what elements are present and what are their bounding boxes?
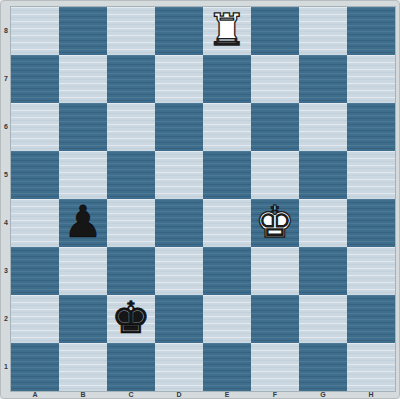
square-a2[interactable] xyxy=(11,295,59,343)
file-label-c: C xyxy=(107,391,155,399)
square-g7[interactable] xyxy=(299,55,347,103)
square-f4[interactable]: ♚ xyxy=(251,199,299,247)
square-f1[interactable] xyxy=(251,343,299,391)
square-d3[interactable] xyxy=(155,247,203,295)
square-g1[interactable] xyxy=(299,343,347,391)
square-e4[interactable] xyxy=(203,199,251,247)
square-h7[interactable] xyxy=(347,55,395,103)
square-a5[interactable] xyxy=(11,151,59,199)
square-g5[interactable] xyxy=(299,151,347,199)
square-d2[interactable] xyxy=(155,295,203,343)
square-h3[interactable] xyxy=(347,247,395,295)
square-b5[interactable] xyxy=(59,151,107,199)
square-c3[interactable] xyxy=(107,247,155,295)
square-e1[interactable] xyxy=(203,343,251,391)
square-f6[interactable] xyxy=(251,103,299,151)
rank-label-6: 6 xyxy=(1,103,11,151)
square-g8[interactable] xyxy=(299,7,347,55)
square-c1[interactable] xyxy=(107,343,155,391)
square-e3[interactable] xyxy=(203,247,251,295)
square-a1[interactable] xyxy=(11,343,59,391)
square-g4[interactable] xyxy=(299,199,347,247)
file-label-e: E xyxy=(203,391,251,399)
piece-black-pawn-b4[interactable]: ♟ xyxy=(63,200,102,244)
square-a3[interactable] xyxy=(11,247,59,295)
square-e6[interactable] xyxy=(203,103,251,151)
square-f3[interactable] xyxy=(251,247,299,295)
rank-label-1: 1 xyxy=(1,343,11,391)
square-c8[interactable] xyxy=(107,7,155,55)
file-label-a: A xyxy=(11,391,59,399)
square-d6[interactable] xyxy=(155,103,203,151)
square-c2[interactable]: ♚ xyxy=(107,295,155,343)
chess-board: ♜♟♚♚ xyxy=(11,7,395,391)
square-a7[interactable] xyxy=(11,55,59,103)
square-h4[interactable] xyxy=(347,199,395,247)
square-d4[interactable] xyxy=(155,199,203,247)
square-b6[interactable] xyxy=(59,103,107,151)
file-label-f: F xyxy=(251,391,299,399)
square-b8[interactable] xyxy=(59,7,107,55)
square-c6[interactable] xyxy=(107,103,155,151)
square-h2[interactable] xyxy=(347,295,395,343)
square-e8[interactable]: ♜ xyxy=(203,7,251,55)
square-a6[interactable] xyxy=(11,103,59,151)
square-h6[interactable] xyxy=(347,103,395,151)
square-h8[interactable] xyxy=(347,7,395,55)
rank-label-7: 7 xyxy=(1,55,11,103)
square-d7[interactable] xyxy=(155,55,203,103)
square-h5[interactable] xyxy=(347,151,395,199)
file-label-d: D xyxy=(155,391,203,399)
square-f7[interactable] xyxy=(251,55,299,103)
square-g6[interactable] xyxy=(299,103,347,151)
rank-label-3: 3 xyxy=(1,247,11,295)
rank-label-2: 2 xyxy=(1,295,11,343)
file-label-b: B xyxy=(59,391,107,399)
square-b2[interactable] xyxy=(59,295,107,343)
rank-label-5: 5 xyxy=(1,151,11,199)
piece-white-rook-e8[interactable]: ♜ xyxy=(207,8,246,52)
square-e2[interactable] xyxy=(203,295,251,343)
square-f5[interactable] xyxy=(251,151,299,199)
square-g3[interactable] xyxy=(299,247,347,295)
file-label-h: H xyxy=(347,391,395,399)
square-c5[interactable] xyxy=(107,151,155,199)
rank-label-8: 8 xyxy=(1,7,11,55)
square-e7[interactable] xyxy=(203,55,251,103)
square-d8[interactable] xyxy=(155,7,203,55)
square-b4[interactable]: ♟ xyxy=(59,199,107,247)
square-f8[interactable] xyxy=(251,7,299,55)
square-c7[interactable] xyxy=(107,55,155,103)
square-a4[interactable] xyxy=(11,199,59,247)
file-label-g: G xyxy=(299,391,347,399)
square-a8[interactable] xyxy=(11,7,59,55)
rank-label-4: 4 xyxy=(1,199,11,247)
piece-black-king-c2[interactable]: ♚ xyxy=(111,296,150,340)
square-c4[interactable] xyxy=(107,199,155,247)
square-b1[interactable] xyxy=(59,343,107,391)
square-f2[interactable] xyxy=(251,295,299,343)
square-h1[interactable] xyxy=(347,343,395,391)
square-g2[interactable] xyxy=(299,295,347,343)
square-d1[interactable] xyxy=(155,343,203,391)
square-e5[interactable] xyxy=(203,151,251,199)
square-d5[interactable] xyxy=(155,151,203,199)
square-b3[interactable] xyxy=(59,247,107,295)
chess-board-frame: ♜♟♚♚ 87654321 ABCDEFGH xyxy=(0,0,400,399)
piece-white-king-f4[interactable]: ♚ xyxy=(255,200,294,244)
square-b7[interactable] xyxy=(59,55,107,103)
